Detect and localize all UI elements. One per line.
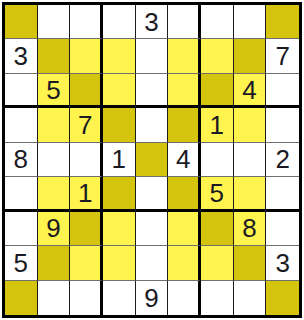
- sudoku-cell-r7c1[interactable]: [5, 212, 38, 246]
- sudoku-cell-r1c9[interactable]: [266, 5, 299, 39]
- sudoku-cell-r5c6[interactable]: 4: [168, 143, 201, 177]
- sudoku-cell-r8c9[interactable]: 3: [266, 246, 299, 280]
- sudoku-cell-r6c3[interactable]: 1: [70, 177, 103, 211]
- sudoku-cell-r5c3[interactable]: [70, 143, 103, 177]
- sudoku-cell-r4c4[interactable]: [103, 108, 136, 142]
- sudoku-cell-r8c7[interactable]: [201, 246, 234, 280]
- sudoku-cell-r7c7[interactable]: [201, 212, 234, 246]
- sudoku-cell-r2c2[interactable]: [38, 39, 71, 73]
- sudoku-cell-r4c7[interactable]: 1: [201, 108, 234, 142]
- sudoku-cell-r4c5[interactable]: [136, 108, 169, 142]
- sudoku-cell-r6c6[interactable]: [168, 177, 201, 211]
- sudoku-cell-r1c6[interactable]: [168, 5, 201, 39]
- sudoku-cell-r4c8[interactable]: [234, 108, 267, 142]
- sudoku-cell-r9c7[interactable]: [201, 281, 234, 315]
- sudoku-cell-r2c1[interactable]: 3: [5, 39, 38, 73]
- page: 337547181421598539: [0, 0, 304, 320]
- sudoku-cell-r5c2[interactable]: [38, 143, 71, 177]
- sudoku-cell-r5c9[interactable]: 2: [266, 143, 299, 177]
- sudoku-cell-r2c8[interactable]: [234, 39, 267, 73]
- sudoku-cell-r6c5[interactable]: [136, 177, 169, 211]
- sudoku-cell-r7c5[interactable]: [136, 212, 169, 246]
- sudoku-cell-r4c1[interactable]: [5, 108, 38, 142]
- sudoku-cell-r4c6[interactable]: [168, 108, 201, 142]
- sudoku-cell-r3c2[interactable]: 5: [38, 74, 71, 108]
- sudoku-cell-r5c1[interactable]: 8: [5, 143, 38, 177]
- sudoku-cell-r7c3[interactable]: [70, 212, 103, 246]
- sudoku-cell-r6c7[interactable]: 5: [201, 177, 234, 211]
- sudoku-cell-r1c8[interactable]: [234, 5, 267, 39]
- sudoku-cell-r8c2[interactable]: [38, 246, 71, 280]
- sudoku-cell-r3c4[interactable]: [103, 74, 136, 108]
- sudoku-cell-r7c9[interactable]: [266, 212, 299, 246]
- sudoku-cell-r1c1[interactable]: [5, 5, 38, 39]
- sudoku-cell-r6c2[interactable]: [38, 177, 71, 211]
- sudoku-cell-r6c9[interactable]: [266, 177, 299, 211]
- sudoku-cell-r9c2[interactable]: [38, 281, 71, 315]
- sudoku-cell-r8c8[interactable]: [234, 246, 267, 280]
- sudoku-cell-r6c1[interactable]: [5, 177, 38, 211]
- sudoku-cell-r3c7[interactable]: [201, 74, 234, 108]
- sudoku-board: 337547181421598539: [2, 2, 302, 318]
- sudoku-cell-r7c2[interactable]: 9: [38, 212, 71, 246]
- sudoku-cell-r5c4[interactable]: 1: [103, 143, 136, 177]
- sudoku-cell-r4c9[interactable]: [266, 108, 299, 142]
- sudoku-cell-r9c9[interactable]: [266, 281, 299, 315]
- sudoku-cell-r2c4[interactable]: [103, 39, 136, 73]
- sudoku-cell-r3c5[interactable]: [136, 74, 169, 108]
- sudoku-cell-r5c7[interactable]: [201, 143, 234, 177]
- sudoku-cell-r8c4[interactable]: [103, 246, 136, 280]
- sudoku-cell-r7c8[interactable]: 8: [234, 212, 267, 246]
- sudoku-cell-r8c5[interactable]: [136, 246, 169, 280]
- sudoku-cell-r2c5[interactable]: [136, 39, 169, 73]
- sudoku-cell-r6c4[interactable]: [103, 177, 136, 211]
- sudoku-cell-r3c6[interactable]: [168, 74, 201, 108]
- sudoku-cell-r1c4[interactable]: [103, 5, 136, 39]
- sudoku-cell-r9c8[interactable]: [234, 281, 267, 315]
- sudoku-cell-r3c3[interactable]: [70, 74, 103, 108]
- sudoku-cell-r3c8[interactable]: 4: [234, 74, 267, 108]
- sudoku-cell-r9c6[interactable]: [168, 281, 201, 315]
- sudoku-cell-r7c6[interactable]: [168, 212, 201, 246]
- sudoku-cell-r1c3[interactable]: [70, 5, 103, 39]
- sudoku-cell-r8c1[interactable]: 5: [5, 246, 38, 280]
- sudoku-cell-r4c2[interactable]: [38, 108, 71, 142]
- sudoku-cell-r6c8[interactable]: [234, 177, 267, 211]
- sudoku-cell-r7c4[interactable]: [103, 212, 136, 246]
- sudoku-cell-r4c3[interactable]: 7: [70, 108, 103, 142]
- sudoku-cell-r9c1[interactable]: [5, 281, 38, 315]
- sudoku-cell-r1c5[interactable]: 3: [136, 5, 169, 39]
- sudoku-cell-r5c5[interactable]: [136, 143, 169, 177]
- sudoku-cell-r9c3[interactable]: [70, 281, 103, 315]
- sudoku-cell-r1c7[interactable]: [201, 5, 234, 39]
- sudoku-cell-r5c8[interactable]: [234, 143, 267, 177]
- sudoku-cell-r3c1[interactable]: [5, 74, 38, 108]
- sudoku-cell-r1c2[interactable]: [38, 5, 71, 39]
- sudoku-cell-r2c9[interactable]: 7: [266, 39, 299, 73]
- sudoku-cell-r2c3[interactable]: [70, 39, 103, 73]
- sudoku-cell-r9c4[interactable]: [103, 281, 136, 315]
- sudoku-cell-r2c7[interactable]: [201, 39, 234, 73]
- sudoku-cell-r3c9[interactable]: [266, 74, 299, 108]
- sudoku-cell-r9c5[interactable]: 9: [136, 281, 169, 315]
- sudoku-cell-r2c6[interactable]: [168, 39, 201, 73]
- sudoku-cell-r8c6[interactable]: [168, 246, 201, 280]
- sudoku-cell-r8c3[interactable]: [70, 246, 103, 280]
